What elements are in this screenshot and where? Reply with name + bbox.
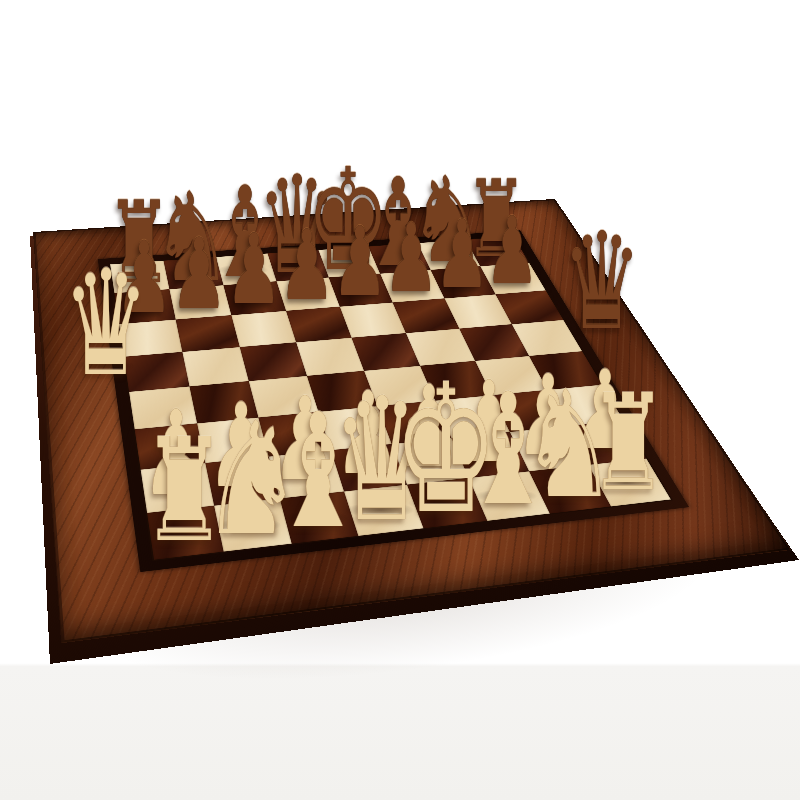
piece-black-pawn[interactable]: ♟ — [170, 224, 228, 322]
piece-black-pawn[interactable]: ♟ — [278, 217, 335, 314]
piece-black-pawn[interactable]: ♟ — [434, 207, 490, 301]
product-photo-scene: ♜♞♝♛♚♝♞♜♟♟♟♟♟♟♟♟♟♟♟♟♟♟♟♟♜♞♝♛♚♝♞♜♛♛ — [0, 0, 800, 800]
piece-black-pawn[interactable]: ♟ — [484, 204, 539, 297]
spare-black-queen[interactable]: ♛ — [562, 215, 641, 349]
piece-black-pawn[interactable]: ♟ — [331, 214, 388, 310]
piece-black-pawn[interactable]: ♟ — [383, 211, 439, 306]
spare-white-queen[interactable]: ♛ — [62, 249, 148, 395]
piece-white-rook[interactable]: ♜ — [589, 376, 668, 509]
piece-black-pawn[interactable]: ♟ — [225, 221, 282, 318]
